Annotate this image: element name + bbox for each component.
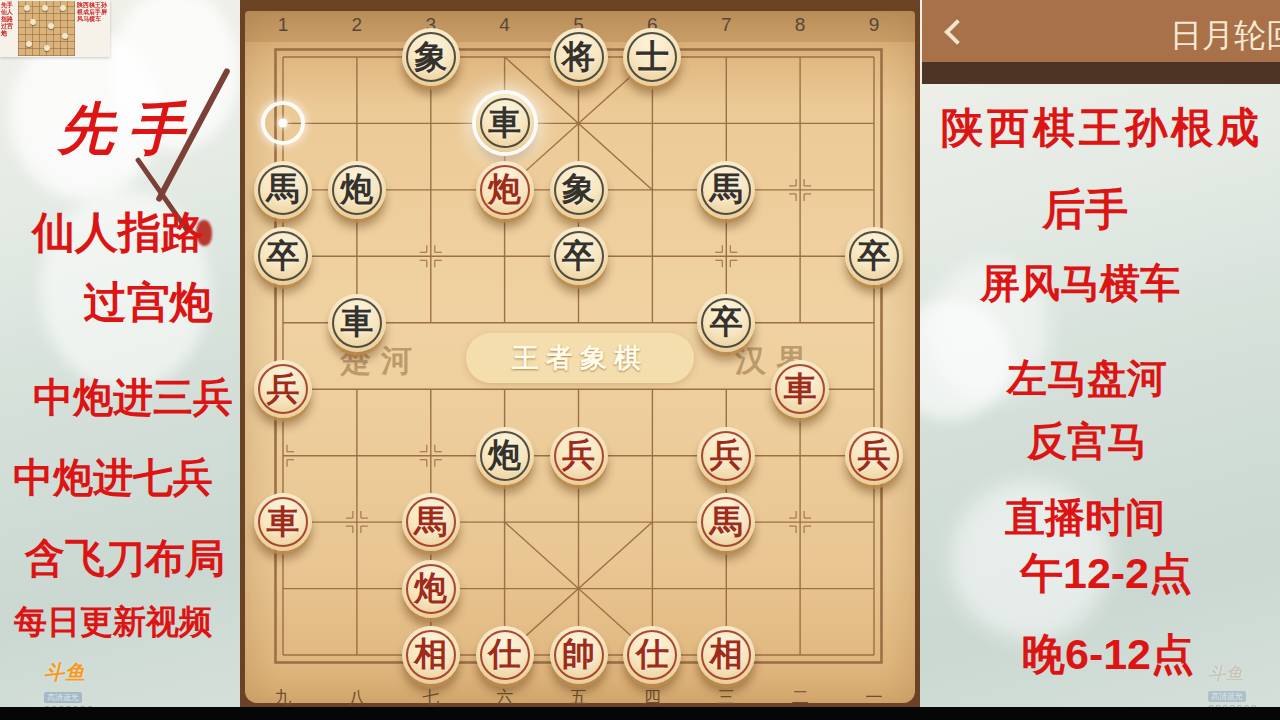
promo-line: 屏风马横车	[980, 262, 1180, 304]
board-file-label: 一	[866, 686, 883, 709]
promo-line: 午12-2点	[1020, 551, 1192, 596]
douyu-quality-badge: 高清蓝光	[44, 692, 82, 703]
letterbox-bar	[0, 707, 1280, 720]
piece-glyph: 象	[562, 167, 595, 212]
promo-first-move: 先手	[58, 100, 198, 159]
promo-line: 晚6-12点	[1022, 632, 1194, 677]
piece-glyph: 炮	[488, 433, 521, 478]
piece-卒-black[interactable]: 卒	[845, 227, 903, 285]
piece-glyph: 仕	[636, 632, 669, 677]
piece-車-black[interactable]: 車	[476, 94, 534, 152]
board-col-label: 2	[352, 14, 363, 36]
board-col-label: 4	[499, 14, 510, 36]
chevron-left-icon	[944, 19, 969, 44]
piece-車-red[interactable]: 車	[254, 493, 312, 551]
piece-glyph: 将	[562, 35, 595, 80]
board-file-label: 二	[792, 686, 809, 709]
promo-line: 反宫马	[1027, 420, 1147, 462]
piece-glyph: 車	[267, 500, 300, 545]
board-file-label: 三	[718, 686, 735, 709]
piece-glyph: 帥	[562, 632, 595, 677]
piece-馬-red[interactable]: 馬	[402, 493, 460, 551]
piece-glyph: 卒	[858, 234, 891, 279]
piece-glyph: 士	[636, 35, 669, 80]
promo-line: 后手	[1042, 187, 1128, 232]
video-thumbnail: 先手仙人指路过宫炮 陕西棋王孙根成后手屏风马横车	[0, 0, 110, 57]
promo-line: 中炮进三兵	[33, 376, 233, 418]
promo-line: 含飞刀布局	[25, 537, 225, 579]
promo-line: 直播时间	[1005, 496, 1165, 538]
piece-glyph: 相	[710, 632, 743, 677]
board-file-label: 九	[275, 686, 292, 709]
piece-glyph: 相	[414, 632, 447, 677]
piece-glyph: 兵	[858, 433, 891, 478]
piece-相-red[interactable]: 相	[402, 626, 460, 684]
thumbnail-right-text: 陕西棋王孙根成后手屏风马横车	[77, 2, 109, 23]
piece-卒-black[interactable]: 卒	[697, 294, 755, 352]
board-file-label: 六	[496, 686, 513, 709]
piece-炮-red[interactable]: 炮	[476, 161, 534, 219]
promo-line: 过宫炮	[84, 280, 213, 325]
douyu-logo: 斗鱼	[1208, 662, 1258, 685]
piece-glyph: 卒	[562, 234, 595, 279]
piece-炮-red[interactable]: 炮	[402, 560, 460, 618]
back-button[interactable]	[940, 20, 966, 46]
xiangqi-board[interactable]: 楚河 汉界 王者象棋 123456789九八七六五四三二一 象将士車馬炮炮象馬卒…	[240, 0, 920, 710]
piece-帥-red[interactable]: 帥	[550, 626, 608, 684]
piece-glyph: 卒	[267, 234, 300, 279]
piece-車-red[interactable]: 車	[771, 360, 829, 418]
piece-将-black[interactable]: 将	[550, 28, 608, 86]
app-watermark-badge: 王者象棋	[466, 333, 694, 383]
piece-glyph: 仕	[488, 632, 521, 677]
piece-兵-red[interactable]: 兵	[697, 427, 755, 485]
board-file-label: 四	[644, 686, 661, 709]
piece-glyph: 車	[340, 300, 373, 345]
douyu-quality-badge: 高清蓝光	[1208, 691, 1246, 702]
board-col-label: 9	[869, 14, 880, 36]
piece-士-black[interactable]: 士	[623, 28, 681, 86]
piece-glyph: 車	[488, 101, 521, 146]
piece-相-red[interactable]: 相	[697, 626, 755, 684]
board-col-label: 1	[278, 14, 289, 36]
piece-glyph: 馬	[267, 167, 300, 212]
piece-兵-red[interactable]: 兵	[550, 427, 608, 485]
thumbnail-left-text: 先手仙人指路过宫炮	[1, 2, 17, 37]
piece-glyph: 炮	[340, 167, 373, 212]
piece-象-black[interactable]: 象	[550, 161, 608, 219]
promo-line: 每日更新视频	[14, 605, 212, 640]
piece-兵-red[interactable]: 兵	[845, 427, 903, 485]
piece-炮-black[interactable]: 炮	[476, 427, 534, 485]
app-watermark-text: 王者象棋	[512, 340, 648, 376]
screen: 先手 仙人指路 过宫炮 中炮进三兵 中炮进七兵 含飞刀布局 每日更新视频 陕西棋…	[0, 0, 1280, 720]
piece-馬-black[interactable]: 馬	[697, 161, 755, 219]
board-file-label: 五	[570, 686, 587, 709]
piece-仕-red[interactable]: 仕	[476, 626, 534, 684]
piece-glyph: 兵	[562, 433, 595, 478]
piece-象-black[interactable]: 象	[402, 28, 460, 86]
piece-馬-black[interactable]: 馬	[254, 161, 312, 219]
promo-line: 中炮进七兵	[13, 456, 213, 498]
piece-仕-red[interactable]: 仕	[623, 626, 681, 684]
piece-glyph: 馬	[710, 167, 743, 212]
piece-馬-red[interactable]: 馬	[697, 493, 755, 551]
piece-炮-black[interactable]: 炮	[328, 161, 386, 219]
piece-glyph: 馬	[710, 500, 743, 545]
piece-卒-black[interactable]: 卒	[254, 227, 312, 285]
thumbnail-mini-board	[18, 1, 75, 56]
piece-卒-black[interactable]: 卒	[550, 227, 608, 285]
page-title: 日月轮回	[1170, 14, 1280, 58]
piece-glyph: 炮	[488, 167, 521, 212]
piece-兵-red[interactable]: 兵	[254, 360, 312, 418]
piece-glyph: 車	[784, 367, 817, 412]
promo-line: 仙人指路	[32, 210, 204, 255]
douyu-logo: 斗鱼	[44, 659, 94, 686]
board-file-label: 八	[348, 686, 365, 709]
piece-glyph: 兵	[710, 433, 743, 478]
board-col-label: 7	[721, 14, 732, 36]
board-file-label: 七	[422, 686, 439, 709]
piece-glyph: 馬	[414, 500, 447, 545]
piece-glyph: 象	[414, 35, 447, 80]
piece-glyph: 炮	[414, 566, 447, 611]
piece-車-black[interactable]: 車	[328, 294, 386, 352]
promo-player: 陕西棋王孙根成	[941, 106, 1263, 150]
board-col-label: 8	[795, 14, 806, 36]
piece-glyph: 卒	[710, 300, 743, 345]
piece-glyph: 兵	[267, 367, 300, 412]
promo-line: 左马盘河	[1007, 357, 1167, 399]
app-bar-sub-strip	[922, 62, 1280, 84]
app-title-bar: 日月轮回	[922, 0, 1280, 62]
